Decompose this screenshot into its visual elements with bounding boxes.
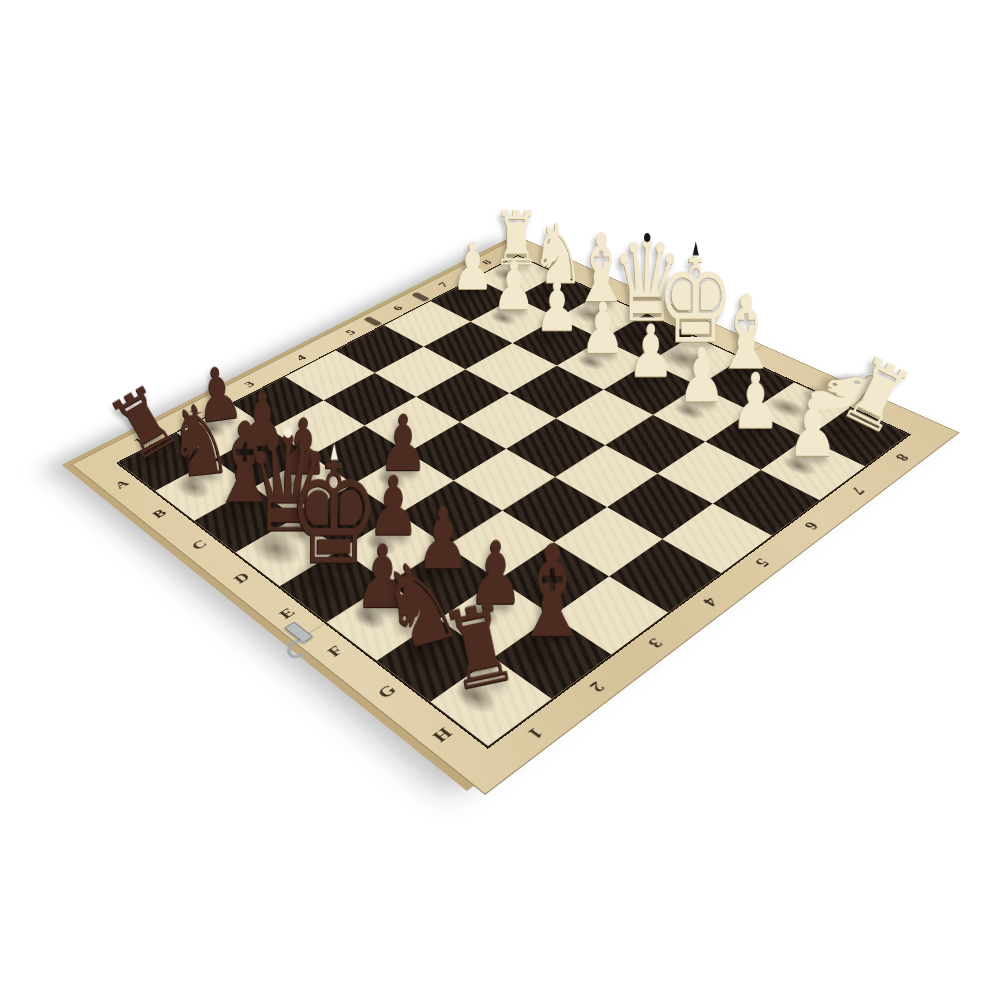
pieces-layer: ♜♞♝♛♚♝♞♜♟♟♟♟♟♟♟♟♜♞♝♛♚♟♞♜♟♟♟♟♟♟♟♝ [119,256,909,746]
finial-spike-icon [693,241,699,255]
piece-glyph: ♟ [753,389,873,468]
hinge-icon [363,316,382,326]
finial-spike-icon [331,443,338,460]
chess-board: ♜♞♝♛♚♝♞♜♟♟♟♟♟♟♟♟♜♞♝♛♚♟♞♜♟♟♟♟♟♟♟♝ ABCDEFG… [71,237,960,795]
white-pawn-h7: ♟ [761,438,865,500]
